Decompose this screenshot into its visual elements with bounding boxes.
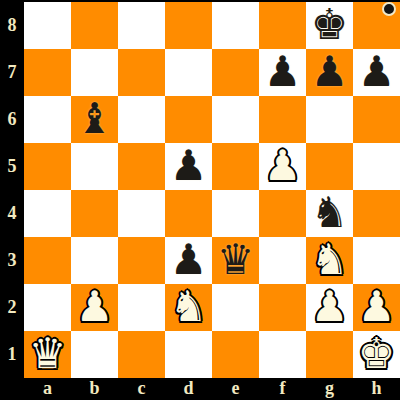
file-label-b: b [71, 378, 118, 400]
square-c4[interactable] [118, 190, 165, 237]
rank-label-7: 7 [0, 49, 24, 96]
piece-white-pawn[interactable]: ♟ [358, 286, 396, 328]
piece-black-queen[interactable]: ♛ [217, 239, 255, 281]
square-a3[interactable] [24, 237, 71, 284]
square-d7[interactable] [165, 49, 212, 96]
square-h3[interactable] [353, 237, 400, 284]
square-e4[interactable] [212, 190, 259, 237]
piece-white-pawn[interactable]: ♟ [76, 286, 114, 328]
piece-black-pawn[interactable]: ♟ [311, 51, 349, 93]
square-e8[interactable] [212, 2, 259, 49]
square-g8[interactable]: ♚ [306, 2, 353, 49]
file-label-g: g [306, 378, 353, 400]
square-a5[interactable] [24, 143, 71, 190]
square-g7[interactable]: ♟ [306, 49, 353, 96]
square-a7[interactable] [24, 49, 71, 96]
square-e6[interactable] [212, 96, 259, 143]
square-h7[interactable]: ♟ [353, 49, 400, 96]
square-e5[interactable] [212, 143, 259, 190]
square-c3[interactable] [118, 237, 165, 284]
square-g2[interactable]: ♟ [306, 284, 353, 331]
square-b3[interactable] [71, 237, 118, 284]
rank-label-3: 3 [0, 237, 24, 284]
square-h6[interactable] [353, 96, 400, 143]
square-d2[interactable]: ♞ [165, 284, 212, 331]
square-b4[interactable] [71, 190, 118, 237]
rank-label-1: 1 [0, 331, 24, 378]
square-c6[interactable] [118, 96, 165, 143]
chess-board-frame: 87654321 ♚♟♟♟♝♟♟♞♟♛♞♟♞♟♟♛♚ abcdefgh [0, 0, 400, 400]
square-e1[interactable] [212, 331, 259, 378]
rank-label-6: 6 [0, 96, 24, 143]
piece-white-knight[interactable]: ♞ [311, 239, 349, 281]
square-c7[interactable] [118, 49, 165, 96]
square-f6[interactable] [259, 96, 306, 143]
rank-label-8: 8 [0, 2, 24, 49]
piece-black-knight[interactable]: ♞ [311, 192, 349, 234]
square-d6[interactable] [165, 96, 212, 143]
piece-black-pawn[interactable]: ♟ [170, 239, 208, 281]
square-d8[interactable] [165, 2, 212, 49]
piece-black-bishop[interactable]: ♝ [76, 98, 114, 140]
square-b2[interactable]: ♟ [71, 284, 118, 331]
square-f7[interactable]: ♟ [259, 49, 306, 96]
square-f8[interactable] [259, 2, 306, 49]
square-h2[interactable]: ♟ [353, 284, 400, 331]
rank-label-4: 4 [0, 190, 24, 237]
rank-labels: 87654321 [0, 2, 24, 378]
file-label-c: c [118, 378, 165, 400]
square-g5[interactable] [306, 143, 353, 190]
square-g3[interactable]: ♞ [306, 237, 353, 284]
piece-black-pawn[interactable]: ♟ [264, 51, 302, 93]
square-a2[interactable] [24, 284, 71, 331]
square-a1[interactable]: ♛ [24, 331, 71, 378]
square-f5[interactable]: ♟ [259, 143, 306, 190]
square-d4[interactable] [165, 190, 212, 237]
square-f1[interactable] [259, 331, 306, 378]
black-to-move-indicator-icon [382, 2, 396, 16]
square-e7[interactable] [212, 49, 259, 96]
square-b6[interactable]: ♝ [71, 96, 118, 143]
square-d3[interactable]: ♟ [165, 237, 212, 284]
square-b7[interactable] [71, 49, 118, 96]
square-g6[interactable] [306, 96, 353, 143]
square-f3[interactable] [259, 237, 306, 284]
file-label-e: e [212, 378, 259, 400]
square-c2[interactable] [118, 284, 165, 331]
square-d1[interactable] [165, 331, 212, 378]
piece-black-pawn[interactable]: ♟ [358, 51, 396, 93]
square-h1[interactable]: ♚ [353, 331, 400, 378]
square-h5[interactable] [353, 143, 400, 190]
piece-white-knight[interactable]: ♞ [170, 286, 208, 328]
piece-black-pawn[interactable]: ♟ [170, 145, 208, 187]
square-d5[interactable]: ♟ [165, 143, 212, 190]
file-label-d: d [165, 378, 212, 400]
rank-label-5: 5 [0, 143, 24, 190]
file-label-h: h [353, 378, 400, 400]
piece-white-king[interactable]: ♚ [358, 333, 396, 375]
square-a6[interactable] [24, 96, 71, 143]
square-e2[interactable] [212, 284, 259, 331]
square-a8[interactable] [24, 2, 71, 49]
file-label-f: f [259, 378, 306, 400]
square-b8[interactable] [71, 2, 118, 49]
square-b1[interactable] [71, 331, 118, 378]
square-e3[interactable]: ♛ [212, 237, 259, 284]
square-g4[interactable]: ♞ [306, 190, 353, 237]
piece-white-pawn[interactable]: ♟ [264, 145, 302, 187]
square-b5[interactable] [71, 143, 118, 190]
piece-black-king[interactable]: ♚ [311, 4, 349, 46]
rank-label-2: 2 [0, 284, 24, 331]
square-h4[interactable] [353, 190, 400, 237]
square-g1[interactable] [306, 331, 353, 378]
file-labels: abcdefgh [24, 378, 400, 400]
square-c5[interactable] [118, 143, 165, 190]
chess-board[interactable]: ♚♟♟♟♝♟♟♞♟♛♞♟♞♟♟♛♚ [24, 2, 400, 378]
piece-white-queen[interactable]: ♛ [29, 333, 67, 375]
square-f2[interactable] [259, 284, 306, 331]
square-a4[interactable] [24, 190, 71, 237]
square-f4[interactable] [259, 190, 306, 237]
file-label-a: a [24, 378, 71, 400]
square-c1[interactable] [118, 331, 165, 378]
square-c8[interactable] [118, 2, 165, 49]
piece-white-pawn[interactable]: ♟ [311, 286, 349, 328]
